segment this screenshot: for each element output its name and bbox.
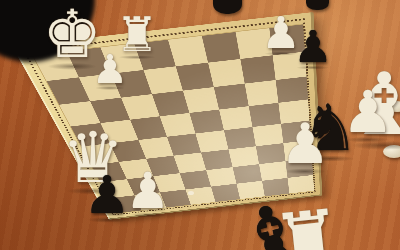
white-rook-f3: ♜ bbox=[268, 198, 348, 250]
black-pawn-h8: ♟ bbox=[293, 25, 332, 69]
black-piece-partial bbox=[213, 0, 242, 14]
black-piece-partial bbox=[306, 0, 329, 10]
paint-chip bbox=[188, 191, 194, 195]
white-pawn-c4: ♟ bbox=[126, 166, 171, 216]
photo-scene: ♟ ♜ ♚ ♟ ♟ ♝ ♟ ♞ ♟ ♛ ♟ ♟ ♝ ♜ bbox=[0, 0, 400, 250]
black-pawn-b4: ♟ bbox=[84, 169, 131, 221]
white-pawn-g5: ♟ bbox=[280, 116, 330, 172]
pieces-layer: ♟ ♜ ♚ ♟ ♟ ♝ ♟ ♞ ♟ ♛ ♟ ♟ ♝ ♜ bbox=[0, 0, 400, 250]
white-pawn-b7: ♟ bbox=[92, 49, 128, 89]
